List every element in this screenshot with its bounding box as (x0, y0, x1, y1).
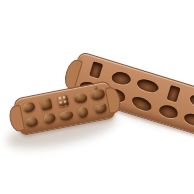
egg-shape (22, 101, 37, 115)
dice-shape (57, 95, 69, 107)
product-photo-stage (0, 0, 194, 194)
egg-shape (42, 112, 57, 126)
cavity-egg (155, 101, 182, 123)
oval-shape (182, 111, 194, 128)
oval-shape (130, 94, 154, 114)
egg-shape (26, 117, 38, 128)
cavity-oval (129, 93, 156, 115)
egg-shape (157, 103, 179, 120)
domino-shape (89, 62, 103, 79)
chocolate-egg (21, 100, 38, 116)
domino-shape (167, 85, 181, 102)
oval-shape (136, 77, 160, 94)
cavity-oval (181, 109, 194, 131)
chocolate-teapot (89, 87, 106, 103)
chocolate-dice (55, 93, 72, 109)
chocolate-cup (92, 101, 109, 117)
oval-shape (59, 110, 74, 122)
oval-shape (73, 92, 87, 102)
chocolate-egg (41, 111, 58, 127)
chocolate-oval (58, 108, 75, 124)
cup-shape (94, 104, 108, 115)
chocolate-round (75, 105, 92, 121)
teapot-shape (90, 88, 105, 101)
bar-shape (40, 98, 53, 110)
egg-shape (111, 71, 132, 86)
round-shape (77, 106, 88, 118)
chocolate-bar (38, 97, 55, 113)
chocolate-egg (24, 115, 41, 131)
chocolate-oval (72, 90, 89, 106)
oval-shape (188, 93, 194, 112)
